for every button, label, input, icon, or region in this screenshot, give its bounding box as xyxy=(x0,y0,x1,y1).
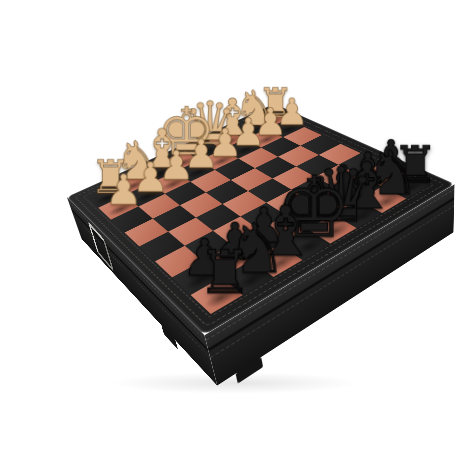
chess-box: ♜♞♝♚♛♝♞♜♟♟♟♟♟♟♟♟♟♟♟♟♟♟♟♟♜♞♝♚♛♝♞♜ xyxy=(67,104,455,335)
piece-black-rook-h8[interactable]: ♜ xyxy=(172,242,277,302)
perspective-scene: ♜♞♝♚♛♝♞♜♟♟♟♟♟♟♟♟♟♟♟♟♟♟♟♟♜♞♝♚♛♝♞♜ xyxy=(0,0,460,460)
photo-frame: ♜♞♝♚♛♝♞♜♟♟♟♟♟♟♟♟♟♟♟♟♟♟♟♟♜♞♝♚♛♝♞♜ xyxy=(0,0,460,460)
piece-white-pawn-h2[interactable]: ♟ xyxy=(81,170,165,212)
chess-box-product-photo: ♜♞♝♚♛♝♞♜♟♟♟♟♟♟♟♟♟♟♟♟♟♟♟♟♜♞♝♚♛♝♞♜ xyxy=(0,0,460,460)
box-foot xyxy=(161,325,178,350)
box-foot xyxy=(236,357,264,384)
